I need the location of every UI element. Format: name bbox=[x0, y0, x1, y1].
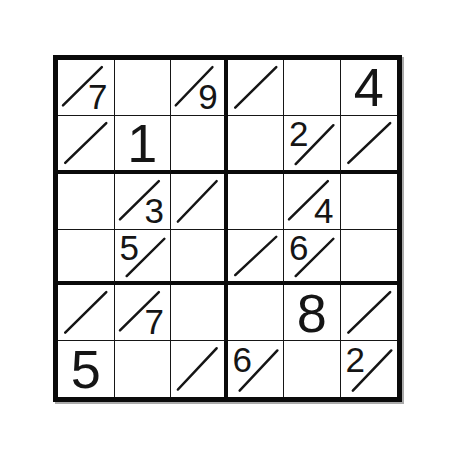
cell-r5c6[interactable] bbox=[341, 285, 398, 341]
diagonal-slash-icon bbox=[228, 60, 284, 115]
cell-r3c2[interactable]: 3 bbox=[115, 174, 172, 230]
cell-r5c3[interactable] bbox=[171, 285, 228, 341]
diagonal-slash-icon bbox=[341, 116, 398, 170]
cell-r4c2[interactable]: 5 bbox=[115, 230, 172, 286]
cell-r2c3[interactable] bbox=[171, 116, 228, 174]
cell-r5c5[interactable]: 8 bbox=[284, 285, 341, 341]
cell-r1c4[interactable] bbox=[228, 60, 285, 116]
diagonal-slash-icon bbox=[228, 230, 284, 282]
cell-r1c1[interactable]: 7 bbox=[58, 60, 115, 116]
given-digit: 1 bbox=[127, 116, 157, 170]
diagonal-slash-icon bbox=[58, 116, 114, 170]
cell-r4c1[interactable] bbox=[58, 230, 115, 286]
diagonal-slash-icon bbox=[171, 341, 224, 397]
diagonal-slash-icon bbox=[341, 285, 398, 340]
given-half-digit: 2 bbox=[346, 342, 365, 377]
given-half-digit: 4 bbox=[314, 193, 333, 228]
given-half-digit: 7 bbox=[88, 79, 107, 114]
given-half-digit: 9 bbox=[198, 79, 217, 114]
cell-r4c3[interactable] bbox=[171, 230, 228, 286]
cell-r1c3[interactable]: 9 bbox=[171, 60, 228, 116]
given-half-digit: 6 bbox=[232, 342, 251, 377]
given-half-digit: 7 bbox=[144, 304, 163, 339]
cell-r2c2[interactable]: 1 bbox=[115, 116, 172, 174]
cell-r1c2[interactable] bbox=[115, 60, 172, 116]
cell-r4c4[interactable] bbox=[228, 230, 285, 286]
cell-r3c1[interactable] bbox=[58, 174, 115, 230]
cell-r3c6[interactable] bbox=[341, 174, 398, 230]
given-half-digit: 6 bbox=[289, 230, 308, 265]
cell-r2c1[interactable] bbox=[58, 116, 115, 174]
page: 79412345678562 bbox=[0, 0, 453, 453]
cell-r6c1[interactable]: 5 bbox=[58, 341, 115, 397]
cell-r4c6[interactable] bbox=[341, 230, 398, 286]
given-half-digit: 3 bbox=[144, 193, 163, 228]
given-half-digit: 2 bbox=[289, 116, 308, 151]
cell-r3c3[interactable] bbox=[171, 174, 228, 230]
given-digit: 8 bbox=[297, 286, 327, 340]
sudoku-board: 79412345678562 bbox=[53, 55, 402, 402]
cell-r6c4[interactable]: 6 bbox=[228, 341, 285, 397]
cell-r5c2[interactable]: 7 bbox=[115, 285, 172, 341]
diagonal-slash-icon bbox=[58, 285, 114, 340]
cell-r1c5[interactable] bbox=[284, 60, 341, 116]
given-digit: 5 bbox=[71, 342, 101, 396]
given-half-digit: 5 bbox=[119, 230, 138, 265]
cell-r6c6[interactable]: 2 bbox=[341, 341, 398, 397]
cell-r5c1[interactable] bbox=[58, 285, 115, 341]
diagonal-slash-icon bbox=[171, 174, 224, 229]
cell-r6c3[interactable] bbox=[171, 341, 228, 397]
cell-r1c6[interactable]: 4 bbox=[341, 60, 398, 116]
cell-r2c5[interactable]: 2 bbox=[284, 116, 341, 174]
cell-r4c5[interactable]: 6 bbox=[284, 230, 341, 286]
cell-r2c4[interactable] bbox=[228, 116, 285, 174]
cell-r3c4[interactable] bbox=[228, 174, 285, 230]
cell-r2c6[interactable] bbox=[341, 116, 398, 174]
cell-r6c5[interactable] bbox=[284, 341, 341, 397]
cell-r6c2[interactable] bbox=[115, 341, 172, 397]
given-digit: 4 bbox=[354, 60, 384, 114]
cell-r3c5[interactable]: 4 bbox=[284, 174, 341, 230]
cell-r5c4[interactable] bbox=[228, 285, 285, 341]
